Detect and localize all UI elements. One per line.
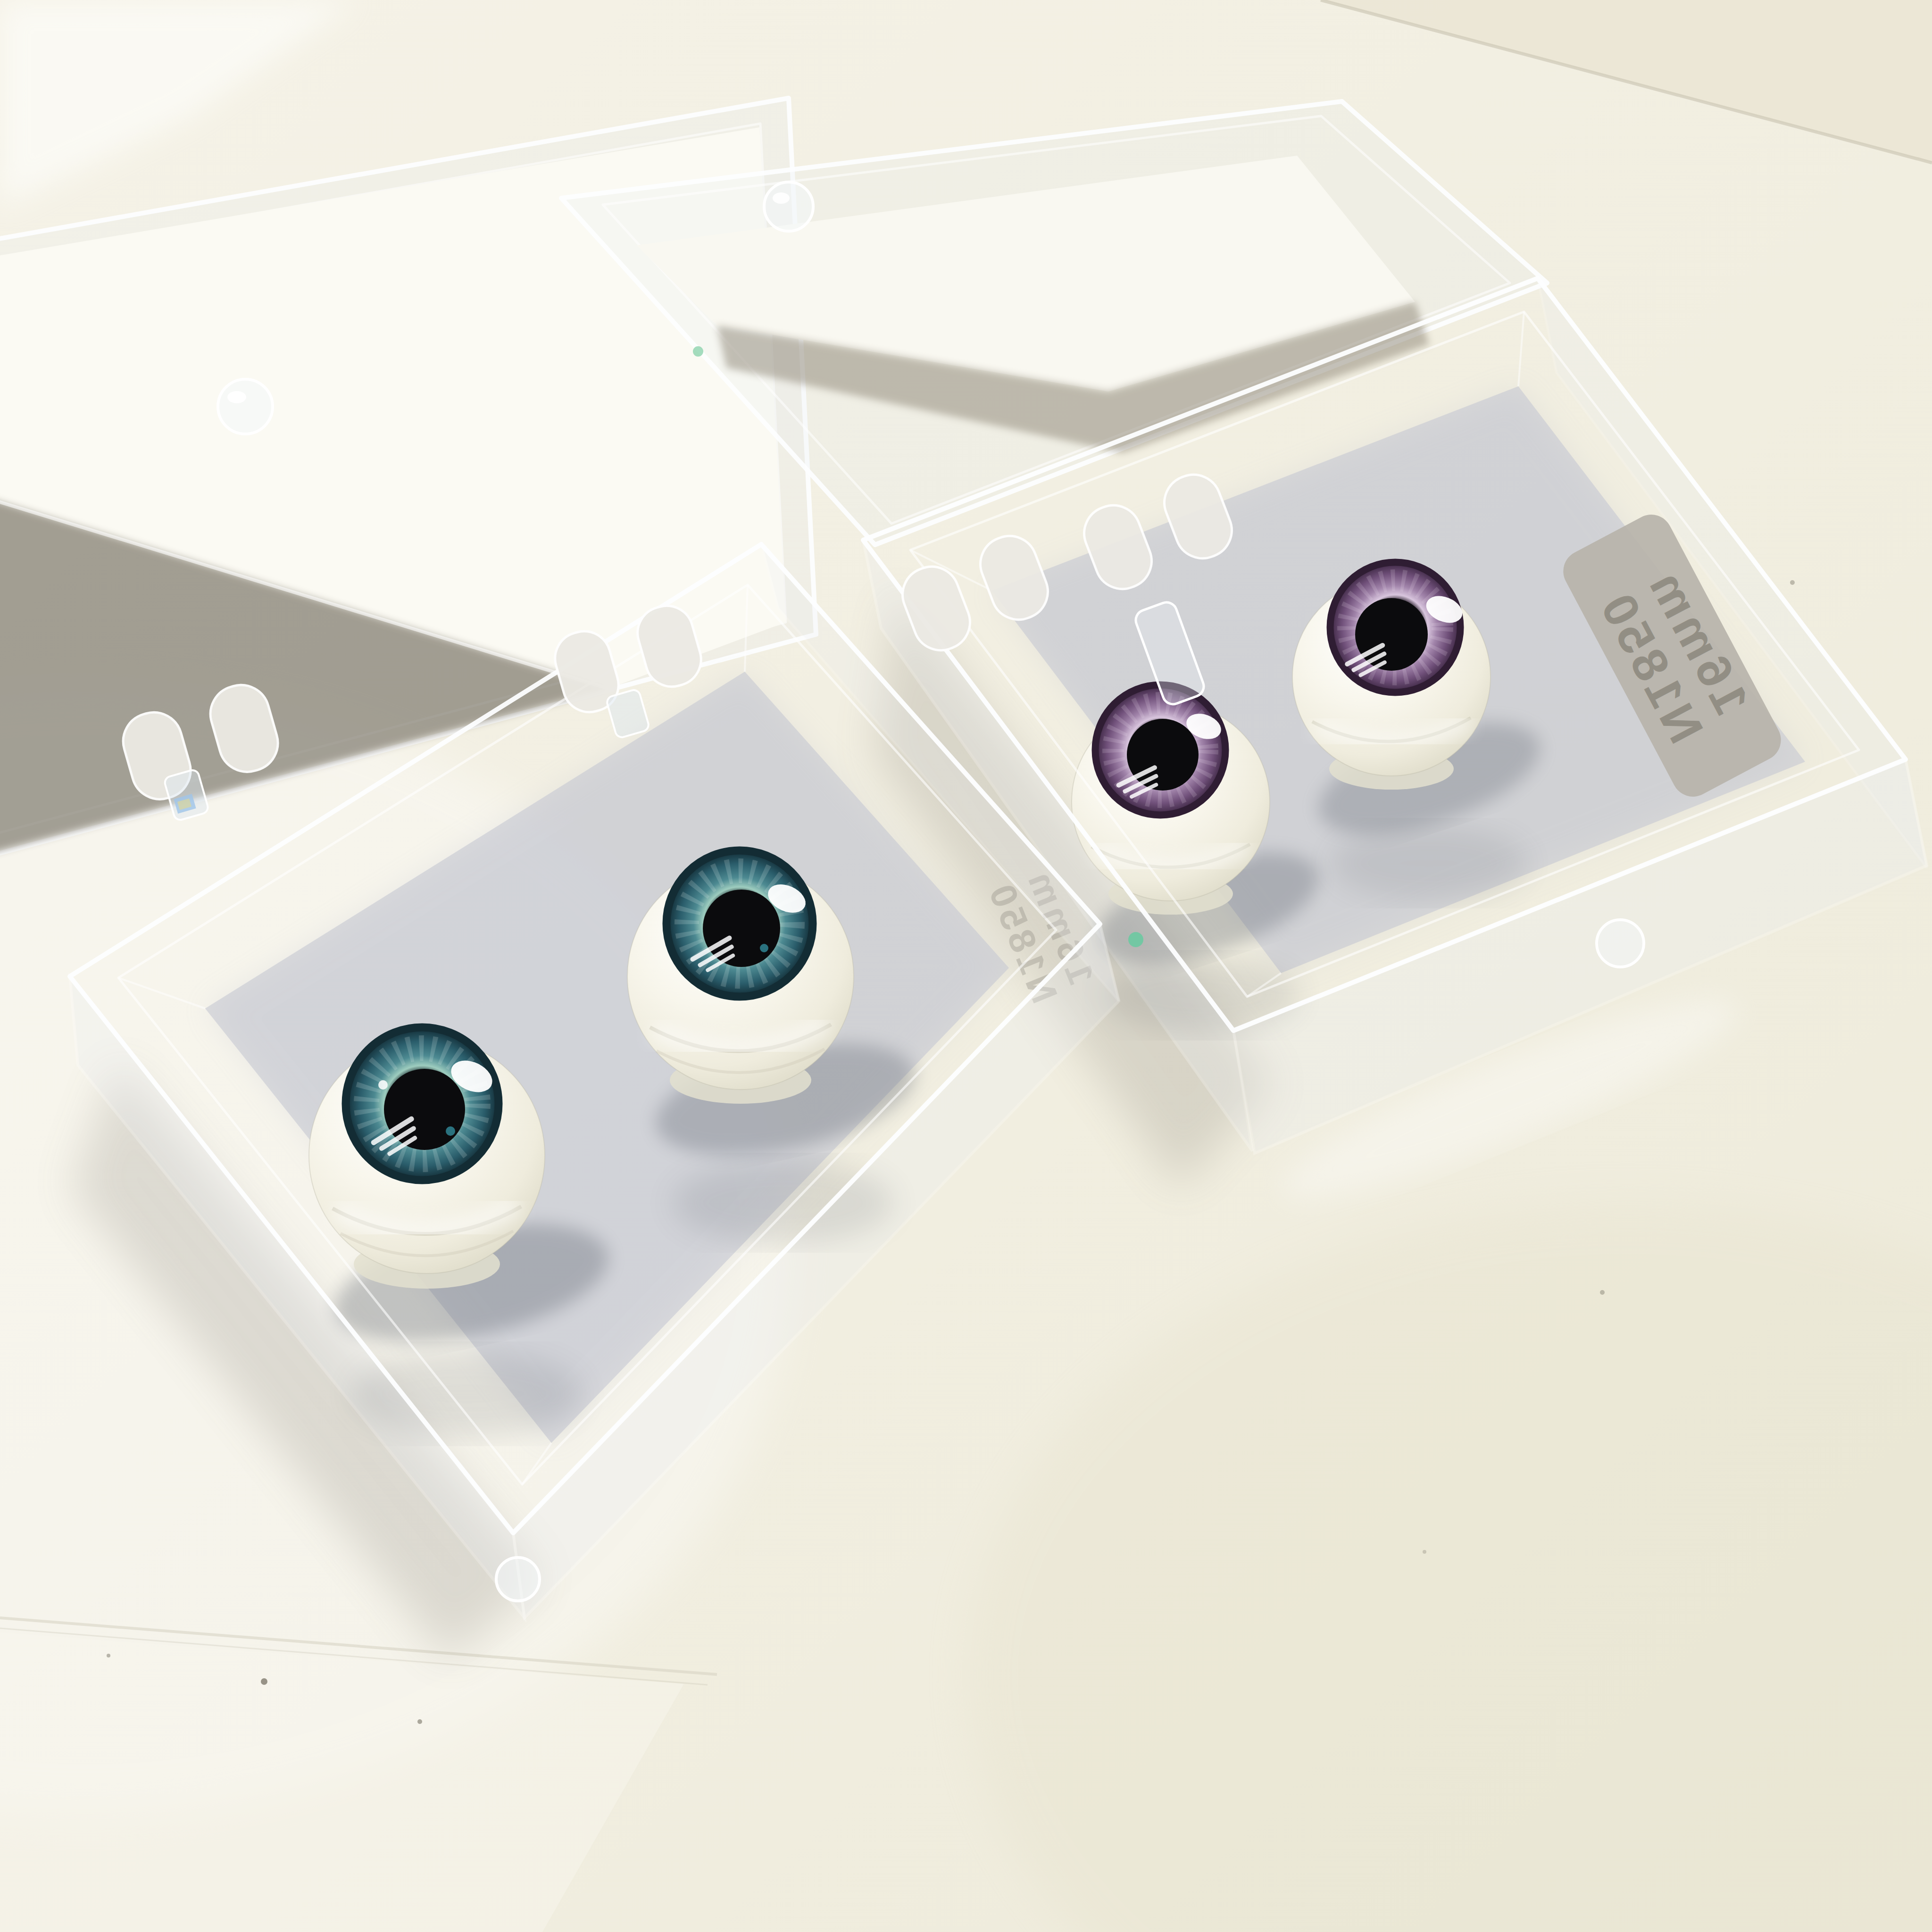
dust-speck [1423, 1550, 1426, 1554]
right-lid-knob-highlight [773, 192, 790, 204]
dust-speck [1600, 1290, 1605, 1295]
dust-speck [1790, 580, 1795, 585]
left-lid-latch-knob [218, 379, 273, 434]
iris-fleck [760, 944, 768, 952]
eye-reflection [1330, 825, 1528, 901]
dust-speck [107, 1654, 110, 1657]
green-putty-speck [1128, 932, 1143, 947]
pupil [1127, 719, 1199, 791]
left-box-latch-knob [496, 1557, 540, 1601]
green-speck [693, 346, 703, 357]
pupil [1355, 598, 1428, 671]
photo-canvas: 16mm N1850 16mm N1850 [0, 0, 1932, 1932]
left-lid-knob-highlight [227, 391, 246, 403]
eye-reflection [1101, 958, 1299, 1033]
scene: 16mm N1850 16mm N1850 [0, 0, 1932, 1932]
dust-speck [417, 1719, 422, 1724]
specular-dot [378, 1080, 388, 1090]
eye-reflection [351, 1350, 583, 1437]
dust-speck [261, 1678, 267, 1685]
iris-fleck [446, 1126, 455, 1136]
right-lid-latch-knob [764, 182, 813, 231]
right-box-latch-knob [1597, 920, 1644, 967]
